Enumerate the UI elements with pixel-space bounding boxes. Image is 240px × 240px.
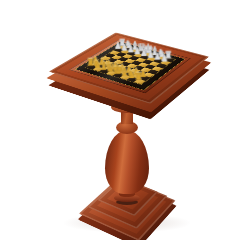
pedestal-knob	[116, 121, 138, 134]
piece-black-pawn: ♟	[158, 55, 170, 64]
piece-white-rook: ♜	[132, 72, 145, 83]
table-top-tilted: ♜♞♝♛♚♝♞♜♟♟♟♟♟♟♟♟♟♟♟♟♟♟♟♟♜♞♝♛♚♝♞♜	[49, 33, 210, 104]
product-photo-chess-table: ♜♞♝♛♚♝♞♜♟♟♟♟♟♟♟♟♟♟♟♟♟♟♟♟♜♞♝♛♚♝♞♜	[0, 0, 240, 240]
